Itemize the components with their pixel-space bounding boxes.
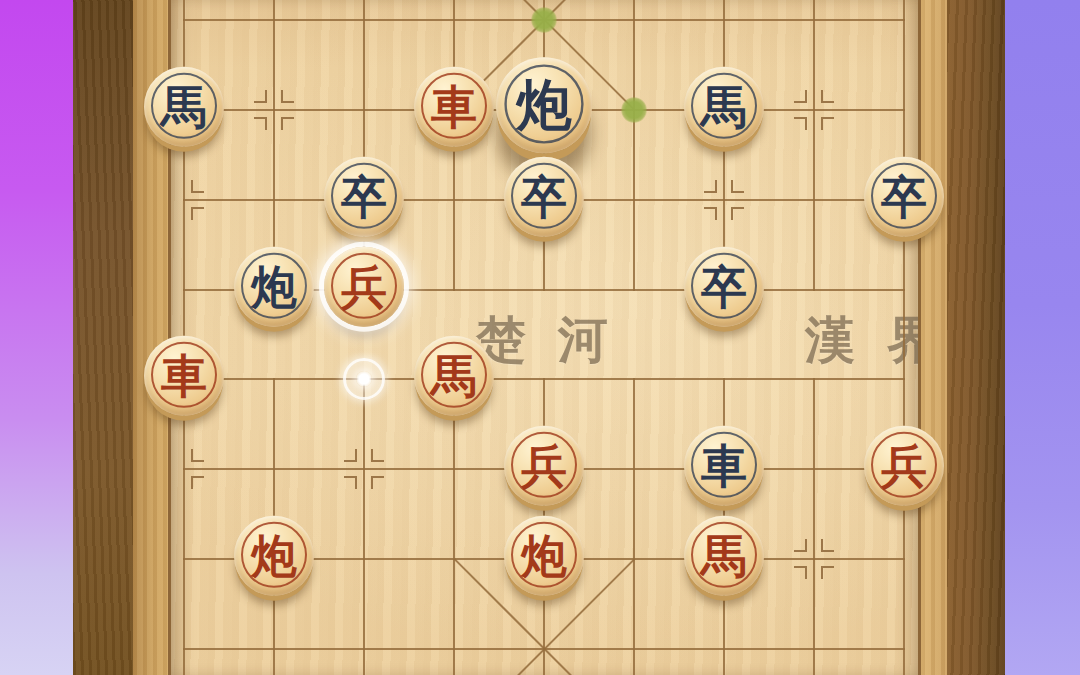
- piece-glyph: 馬: [414, 338, 494, 414]
- piece-glyph: 馬: [684, 518, 764, 594]
- river-label-left: 楚河: [476, 307, 640, 374]
- point-marker: [794, 566, 807, 579]
- piece-black-soldier[interactable]: 卒: [324, 157, 404, 237]
- piece-glyph: 炮: [504, 518, 584, 594]
- piece-red-horse[interactable]: 馬: [684, 516, 764, 596]
- piece-glyph: 炮: [496, 60, 592, 151]
- point-marker: [191, 207, 204, 220]
- point-marker: [821, 90, 834, 103]
- piece-black-chariot[interactable]: 車: [684, 426, 764, 506]
- piece-red-soldier[interactable]: 兵: [864, 426, 944, 506]
- point-marker: [704, 207, 717, 220]
- piece-red-cannon[interactable]: 炮: [234, 516, 314, 596]
- point-marker: [254, 117, 267, 130]
- point-marker: [281, 90, 294, 103]
- piece-glyph: 卒: [324, 159, 404, 235]
- piece-black-soldier[interactable]: 卒: [684, 247, 764, 327]
- point-marker: [344, 449, 357, 462]
- point-marker: [191, 180, 204, 193]
- grid-vertical-line: [813, 0, 815, 291]
- point-marker: [281, 117, 294, 130]
- board-frame-right-light: [921, 0, 947, 675]
- piece-glyph: 兵: [504, 428, 584, 504]
- piece-glyph: 卒: [684, 249, 764, 325]
- point-marker: [371, 449, 384, 462]
- xiangqi-game-screenshot: 楚河 漢界 馬車炮馬卒卒卒炮兵卒車馬兵車兵炮炮馬: [0, 0, 1080, 675]
- piece-glyph: 炮: [234, 518, 314, 594]
- grid-vertical-line: [903, 0, 905, 675]
- board-frame-left-dark: [73, 0, 133, 675]
- point-marker: [254, 90, 267, 103]
- piece-red-cannon[interactable]: 炮: [504, 516, 584, 596]
- piece-black-horse[interactable]: 馬: [684, 67, 764, 147]
- piece-glyph: 卒: [504, 159, 584, 235]
- piece-red-chariot[interactable]: 車: [144, 336, 224, 416]
- piece-black-cannon[interactable]: 炮: [496, 57, 592, 153]
- point-marker: [731, 207, 744, 220]
- point-marker: [794, 90, 807, 103]
- piece-red-soldier[interactable]: 兵: [504, 426, 584, 506]
- point-marker: [371, 476, 384, 489]
- piece-glyph: 兵: [324, 249, 404, 325]
- point-marker: [821, 566, 834, 579]
- point-marker: [704, 180, 717, 193]
- point-marker: [794, 117, 807, 130]
- grid-vertical-line: [453, 378, 455, 675]
- point-marker: [794, 539, 807, 552]
- grid-vertical-line: [363, 378, 365, 675]
- piece-black-soldier[interactable]: 卒: [504, 157, 584, 237]
- piece-red-soldier[interactable]: 兵: [324, 247, 404, 327]
- piece-black-soldier[interactable]: 卒: [864, 157, 944, 237]
- piece-glyph: 車: [414, 69, 494, 145]
- grid-vertical-line: [813, 378, 815, 675]
- piece-black-cannon[interactable]: 炮: [234, 247, 314, 327]
- piece-glyph: 馬: [684, 69, 764, 145]
- board-frame-right-dark: [947, 0, 1005, 675]
- point-marker: [821, 539, 834, 552]
- piece-glyph: 車: [684, 428, 764, 504]
- piece-glyph: 馬: [144, 69, 224, 145]
- grid-vertical-line: [633, 378, 635, 675]
- piece-red-horse[interactable]: 馬: [414, 336, 494, 416]
- piece-glyph: 兵: [864, 428, 944, 504]
- purple-background-right: [1005, 0, 1080, 675]
- point-marker: [821, 117, 834, 130]
- point-marker: [191, 476, 204, 489]
- piece-glyph: 卒: [864, 159, 944, 235]
- point-marker: [344, 476, 357, 489]
- piece-glyph: 炮: [234, 249, 314, 325]
- purple-background-left: [0, 0, 73, 675]
- piece-glyph: 車: [144, 338, 224, 414]
- point-marker: [731, 180, 744, 193]
- grid-vertical-line: [633, 0, 635, 291]
- piece-red-chariot[interactable]: 車: [414, 67, 494, 147]
- piece-black-horse[interactable]: 馬: [144, 67, 224, 147]
- point-marker: [191, 449, 204, 462]
